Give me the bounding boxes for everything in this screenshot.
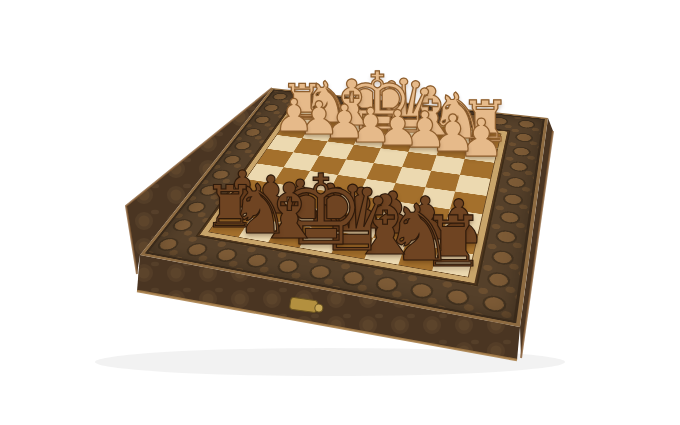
product-photo: ♜♞♝♛♚♝♞♜♟♟♟♟♟♟♟♟♟♟♟♟♟♟♟♟♜♞♝♛♚♝♞♜ [0, 0, 680, 425]
piece-black-rook-h8[interactable]: ♜ [204, 178, 256, 236]
piece-white-pawn-h2[interactable]: ♟ [274, 94, 314, 139]
